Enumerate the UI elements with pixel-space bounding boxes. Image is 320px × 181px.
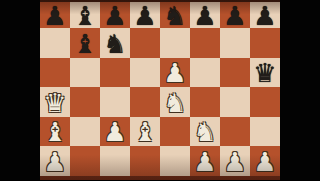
square-a5[interactable]	[40, 58, 70, 88]
square-b7[interactable]: ♝	[70, 2, 100, 28]
square-e3[interactable]	[160, 117, 190, 147]
square-e5[interactable]: ♟	[160, 58, 190, 88]
video-frame: ♟♝♟♟♞♟♟♟♝♞♟♛♛♞♝♟♝♞♟♟♟♟	[0, 0, 320, 180]
square-c5[interactable]	[100, 58, 130, 88]
square-a7[interactable]: ♟	[40, 2, 70, 28]
square-c3[interactable]: ♟	[100, 117, 130, 147]
square-c4[interactable]	[100, 87, 130, 117]
square-c7[interactable]: ♟	[100, 2, 130, 28]
square-d7[interactable]: ♟	[130, 2, 160, 28]
square-a3[interactable]: ♝	[40, 117, 70, 147]
square-d3[interactable]: ♝	[130, 117, 160, 147]
square-b3[interactable]	[70, 117, 100, 147]
square-h6[interactable]	[250, 28, 280, 58]
board-edge-bottom	[40, 176, 280, 181]
square-d5[interactable]	[130, 58, 160, 88]
black-pawn-icon: ♟	[253, 3, 276, 28]
white-knight-icon: ♞	[163, 90, 186, 116]
black-bishop-icon: ♝	[73, 3, 96, 28]
letterbox-left	[0, 0, 40, 180]
square-f5[interactable]	[190, 58, 220, 88]
square-a6[interactable]	[40, 28, 70, 58]
square-d2[interactable]	[130, 146, 160, 176]
black-pawn-icon: ♟	[223, 3, 246, 28]
square-g4[interactable]	[220, 87, 250, 117]
square-f2[interactable]: ♟	[190, 146, 220, 176]
square-c2[interactable]	[100, 146, 130, 176]
white-pawn-icon: ♟	[253, 149, 276, 175]
black-knight-icon: ♞	[103, 31, 126, 57]
black-pawn-icon: ♟	[193, 3, 216, 28]
board-grid: ♟♝♟♟♞♟♟♟♝♞♟♛♛♞♝♟♝♞♟♟♟♟	[40, 2, 280, 176]
square-a4[interactable]: ♛	[40, 87, 70, 117]
square-b4[interactable]	[70, 87, 100, 117]
square-b6[interactable]: ♝	[70, 28, 100, 58]
square-d4[interactable]	[130, 87, 160, 117]
white-pawn-icon: ♟	[103, 119, 126, 145]
white-bishop-icon: ♝	[133, 119, 156, 145]
black-queen-icon: ♛	[253, 60, 276, 86]
square-c6[interactable]: ♞	[100, 28, 130, 58]
square-g2[interactable]: ♟	[220, 146, 250, 176]
square-h2[interactable]: ♟	[250, 146, 280, 176]
square-g5[interactable]	[220, 58, 250, 88]
square-h7[interactable]: ♟	[250, 2, 280, 28]
chess-board: ♟♝♟♟♞♟♟♟♝♞♟♛♛♞♝♟♝♞♟♟♟♟	[40, 0, 280, 180]
letterbox-right	[280, 0, 320, 180]
white-pawn-icon: ♟	[43, 149, 66, 175]
black-pawn-icon: ♟	[103, 3, 126, 28]
black-pawn-icon: ♟	[43, 3, 66, 28]
square-e4[interactable]: ♞	[160, 87, 190, 117]
square-e6[interactable]	[160, 28, 190, 58]
square-f4[interactable]	[190, 87, 220, 117]
square-g7[interactable]: ♟	[220, 2, 250, 28]
square-a2[interactable]: ♟	[40, 146, 70, 176]
square-h3[interactable]	[250, 117, 280, 147]
square-h5[interactable]: ♛	[250, 58, 280, 88]
white-pawn-icon: ♟	[193, 149, 216, 175]
black-knight-icon: ♞	[163, 3, 186, 28]
white-knight-icon: ♞	[193, 119, 216, 145]
square-b2[interactable]	[70, 146, 100, 176]
square-h4[interactable]	[250, 87, 280, 117]
black-bishop-icon: ♝	[73, 31, 96, 57]
square-f6[interactable]	[190, 28, 220, 58]
square-g6[interactable]	[220, 28, 250, 58]
square-b5[interactable]	[70, 58, 100, 88]
white-bishop-icon: ♝	[43, 119, 66, 145]
square-e2[interactable]	[160, 146, 190, 176]
square-g3[interactable]	[220, 117, 250, 147]
black-pawn-icon: ♟	[133, 3, 156, 28]
square-e7[interactable]: ♞	[160, 2, 190, 28]
square-d6[interactable]	[130, 28, 160, 58]
white-queen-icon: ♛	[43, 90, 66, 116]
white-pawn-icon: ♟	[223, 149, 246, 175]
square-f3[interactable]: ♞	[190, 117, 220, 147]
square-f7[interactable]: ♟	[190, 2, 220, 28]
white-pawn-icon: ♟	[163, 60, 186, 86]
